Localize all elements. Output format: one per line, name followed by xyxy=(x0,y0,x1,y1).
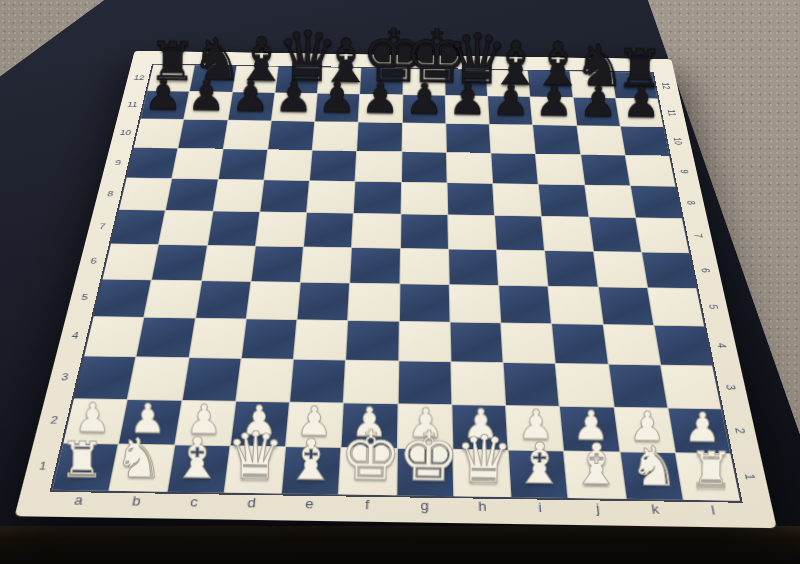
square-c10[interactable] xyxy=(223,120,270,149)
piece-white-queen-d1[interactable]: ♛ xyxy=(225,425,282,488)
square-a10[interactable] xyxy=(134,119,183,148)
square-d6[interactable] xyxy=(251,246,303,282)
file-label-e: e xyxy=(280,497,339,517)
square-e9[interactable] xyxy=(310,151,356,182)
square-f8[interactable] xyxy=(354,182,401,214)
rank-label-left-10: 10 xyxy=(113,118,137,147)
square-l3[interactable] xyxy=(661,366,721,408)
piece-white-rook-a1[interactable]: ♜ xyxy=(54,437,111,485)
square-h9[interactable] xyxy=(447,153,492,184)
square-b11[interactable]: ♟ xyxy=(184,92,231,120)
square-a3[interactable] xyxy=(74,357,135,399)
square-c1[interactable]: ♝ xyxy=(167,445,229,492)
square-e4[interactable] xyxy=(294,320,347,360)
square-f7[interactable] xyxy=(352,214,400,248)
file-label-b: b xyxy=(105,494,166,513)
piece-black-pawn-e11[interactable]: ♟ xyxy=(316,77,359,118)
vinyl-chess-mat: ♜♞♝♛♝♚♚♛♝♝♞♜♟♟♟♟♟♟♟♟♟♟♟♟♟♟♟♟♟♟♟♟♟♟♟♟♜♞♝♛… xyxy=(15,51,777,528)
rank-label-right-10: 10 xyxy=(655,136,701,148)
square-e6[interactable] xyxy=(301,247,351,283)
square-k11[interactable]: ♟ xyxy=(573,98,619,126)
square-i1[interactable]: ♝ xyxy=(509,451,568,499)
square-f4[interactable] xyxy=(346,321,398,361)
file-label-h: h xyxy=(453,499,511,519)
square-a5[interactable] xyxy=(94,280,151,318)
square-e3[interactable] xyxy=(290,360,345,402)
square-j6[interactable] xyxy=(545,251,597,287)
square-g9[interactable] xyxy=(402,152,447,183)
square-h5[interactable] xyxy=(450,285,501,323)
square-g6[interactable] xyxy=(400,249,449,285)
square-f6[interactable] xyxy=(350,248,399,284)
square-j7[interactable] xyxy=(542,217,592,251)
square-k1[interactable]: ♞ xyxy=(620,452,682,500)
square-c5[interactable] xyxy=(196,281,251,319)
file-label-k: k xyxy=(626,502,687,522)
square-b4[interactable] xyxy=(137,318,195,358)
square-k7[interactable] xyxy=(589,218,641,252)
square-i8[interactable] xyxy=(493,184,541,216)
square-i7[interactable] xyxy=(495,216,544,250)
square-g4[interactable] xyxy=(399,322,450,362)
square-k5[interactable] xyxy=(598,287,653,325)
piece-black-pawn-d11[interactable]: ♟ xyxy=(272,76,315,117)
square-i9[interactable] xyxy=(491,153,538,184)
square-k9[interactable] xyxy=(581,155,630,186)
square-a6[interactable] xyxy=(103,244,159,280)
square-j9[interactable] xyxy=(536,154,584,185)
square-b9[interactable] xyxy=(173,149,223,180)
board-perspective-wrapper: ♜♞♝♛♝♚♚♛♝♝♞♜♟♟♟♟♟♟♟♟♟♟♟♟♟♟♟♟♟♟♟♟♟♟♟♟♜♞♝♛… xyxy=(80,0,720,564)
square-e5[interactable] xyxy=(298,283,350,321)
square-k8[interactable] xyxy=(585,185,635,217)
rank-label-right-11: 11 xyxy=(649,108,694,119)
rank-label-right-9: 9 xyxy=(661,165,709,177)
square-d7[interactable] xyxy=(256,212,306,246)
piece-white-bishop-j1[interactable]: ♝ xyxy=(568,438,625,493)
square-d8[interactable] xyxy=(260,180,309,212)
square-h10[interactable] xyxy=(446,124,490,153)
square-h4[interactable] xyxy=(450,323,502,363)
square-g1[interactable]: ♚ xyxy=(397,449,453,497)
file-label-f: f xyxy=(338,498,396,518)
square-f9[interactable] xyxy=(356,151,401,182)
square-j8[interactable] xyxy=(539,185,588,217)
square-i11[interactable]: ♟ xyxy=(488,97,532,125)
square-j10[interactable] xyxy=(533,125,579,154)
piece-white-rook-l1[interactable]: ♜ xyxy=(683,447,740,495)
piece-white-bishop-i1[interactable]: ♝ xyxy=(511,437,568,492)
square-l4[interactable] xyxy=(654,326,712,366)
square-c3[interactable] xyxy=(182,358,240,400)
square-l1[interactable]: ♜ xyxy=(676,453,740,501)
piece-black-pawn-a11[interactable]: ♟ xyxy=(142,74,185,115)
square-e8[interactable] xyxy=(307,181,355,213)
file-label-a: a xyxy=(47,493,109,512)
square-d10[interactable] xyxy=(268,121,314,150)
square-b6[interactable] xyxy=(152,245,206,281)
square-c11[interactable]: ♟ xyxy=(228,93,274,121)
square-b3[interactable] xyxy=(128,358,188,400)
square-l6[interactable] xyxy=(642,252,696,288)
piece-white-bishop-c1[interactable]: ♝ xyxy=(168,432,225,487)
square-a1[interactable]: ♜ xyxy=(52,444,118,491)
square-d5[interactable] xyxy=(247,282,300,320)
square-d11[interactable]: ♟ xyxy=(272,93,317,121)
rank-label-left-11: 11 xyxy=(121,91,144,119)
square-i3[interactable] xyxy=(504,363,559,405)
square-d4[interactable] xyxy=(242,319,297,359)
piece-black-pawn-g11[interactable]: ♟ xyxy=(402,78,445,119)
square-b1[interactable]: ♞ xyxy=(110,444,174,491)
square-j11[interactable]: ♟ xyxy=(531,97,576,125)
square-g5[interactable] xyxy=(399,284,449,322)
square-a8[interactable] xyxy=(119,178,171,210)
square-e11[interactable]: ♟ xyxy=(315,94,359,122)
square-c8[interactable] xyxy=(213,180,263,212)
piece-black-pawn-k11[interactable]: ♟ xyxy=(576,81,619,122)
square-e10[interactable] xyxy=(313,122,358,151)
square-h3[interactable] xyxy=(451,363,505,405)
square-k3[interactable] xyxy=(609,365,667,407)
square-g10[interactable] xyxy=(402,123,446,152)
square-f10[interactable] xyxy=(357,122,401,151)
square-f11[interactable]: ♟ xyxy=(359,95,402,123)
square-c7[interactable] xyxy=(208,212,259,246)
square-i6[interactable] xyxy=(497,250,548,286)
square-d1[interactable]: ♛ xyxy=(225,446,285,493)
square-f3[interactable] xyxy=(344,361,398,403)
piece-white-king-g1[interactable]: ♚ xyxy=(397,424,454,490)
square-b7[interactable] xyxy=(159,211,212,245)
square-h8[interactable] xyxy=(447,183,494,215)
square-j1[interactable]: ♝ xyxy=(564,451,625,499)
playing-grid: ♜♞♝♛♝♚♚♛♝♝♞♜♟♟♟♟♟♟♟♟♟♟♟♟♟♟♟♟♟♟♟♟♟♟♟♟♜♞♝♛… xyxy=(52,65,739,501)
rank-label-left-8: 8 xyxy=(98,178,123,210)
square-e1[interactable]: ♝ xyxy=(282,447,341,494)
rank-label-right-7: 7 xyxy=(673,229,723,242)
piece-white-queen-h1[interactable]: ♛ xyxy=(454,428,511,491)
square-c4[interactable] xyxy=(189,319,245,359)
square-d3[interactable] xyxy=(236,359,293,401)
square-i4[interactable] xyxy=(501,323,555,363)
square-c9[interactable] xyxy=(218,149,267,180)
file-label-i: i xyxy=(511,500,570,520)
rank-label-right-12: 12 xyxy=(644,81,688,92)
file-label-j: j xyxy=(568,501,628,521)
piece-black-pawn-h11[interactable]: ♟ xyxy=(446,79,489,120)
photo-scene: ♜♞♝♛♝♚♚♛♝♝♞♜♟♟♟♟♟♟♟♟♟♟♟♟♟♟♟♟♟♟♟♟♟♟♟♟♜♞♝♛… xyxy=(0,0,800,564)
square-h7[interactable] xyxy=(448,215,496,249)
square-f5[interactable] xyxy=(348,283,398,321)
square-g11[interactable]: ♟ xyxy=(402,95,445,123)
piece-white-king-f1[interactable]: ♚ xyxy=(340,423,397,489)
file-label-g: g xyxy=(396,498,454,518)
file-label-c: c xyxy=(163,495,223,514)
square-a9[interactable] xyxy=(127,148,178,178)
square-j4[interactable] xyxy=(552,324,607,364)
piece-black-pawn-c11[interactable]: ♟ xyxy=(229,75,272,116)
piece-black-pawn-b11[interactable]: ♟ xyxy=(185,75,228,116)
file-label-d: d xyxy=(222,496,282,515)
piece-black-pawn-i11[interactable]: ♟ xyxy=(489,80,532,121)
square-f1[interactable]: ♚ xyxy=(339,448,396,495)
square-d9[interactable] xyxy=(264,150,312,181)
piece-black-pawn-j11[interactable]: ♟ xyxy=(533,80,576,121)
square-k4[interactable] xyxy=(603,325,659,365)
square-j5[interactable] xyxy=(549,287,602,325)
piece-black-pawn-f11[interactable]: ♟ xyxy=(359,77,402,118)
square-g8[interactable] xyxy=(401,183,447,215)
square-l5[interactable] xyxy=(648,288,704,326)
square-g7[interactable] xyxy=(401,215,448,249)
square-a11[interactable]: ♟ xyxy=(141,91,189,119)
square-h6[interactable] xyxy=(449,249,498,285)
file-label-l: l xyxy=(683,503,744,523)
piece-white-knight-k1[interactable]: ♞ xyxy=(625,441,682,494)
square-e7[interactable] xyxy=(304,213,353,247)
piece-white-knight-b1[interactable]: ♞ xyxy=(111,433,168,486)
rank-label-right-8: 8 xyxy=(667,196,716,209)
square-a4[interactable] xyxy=(84,317,143,357)
square-k6[interactable] xyxy=(594,252,647,288)
square-h11[interactable]: ♟ xyxy=(445,96,488,124)
square-b5[interactable] xyxy=(145,280,201,318)
square-b8[interactable] xyxy=(166,179,217,211)
square-h1[interactable]: ♛ xyxy=(453,450,510,498)
square-i5[interactable] xyxy=(499,286,551,324)
square-j3[interactable] xyxy=(556,364,613,406)
square-i10[interactable] xyxy=(490,124,535,153)
square-a7[interactable] xyxy=(111,210,165,244)
square-c6[interactable] xyxy=(202,245,255,281)
square-g3[interactable] xyxy=(398,362,451,404)
square-b10[interactable] xyxy=(179,120,227,149)
square-k10[interactable] xyxy=(577,126,625,155)
piece-white-bishop-e1[interactable]: ♝ xyxy=(282,434,339,489)
